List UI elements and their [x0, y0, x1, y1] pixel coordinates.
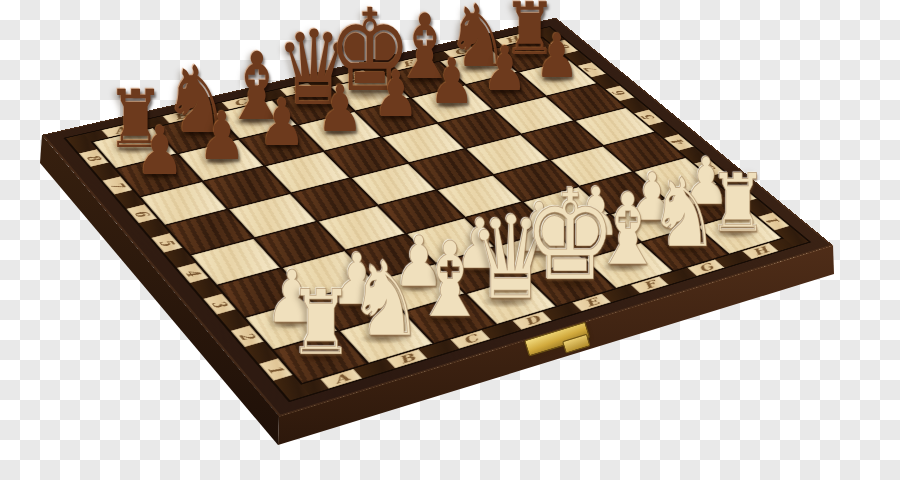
coordinate-text: 2 [235, 330, 260, 341]
coordinate-text: G [695, 261, 718, 274]
coordinate-text: C [459, 332, 482, 346]
coordinate-text: 8 [82, 153, 105, 162]
coordinate-text: 1 [263, 364, 288, 376]
coordinate-text: 7 [582, 66, 602, 74]
coordinate-text: 7 [106, 181, 129, 191]
coordinate-text: E [581, 296, 603, 309]
coordinate-text: 3 [207, 299, 232, 310]
coordinate-text: F [639, 279, 660, 291]
coordinate-text: A [330, 371, 353, 385]
coordinate-text: 5 [155, 238, 179, 248]
coordinate-text: 6 [130, 209, 154, 219]
chess-set-photo: ABCDEFGHABCDEFGH8765432187654321 ♜♞♝♛♚♝♞… [0, 0, 900, 480]
coordinate-text: 8 [554, 43, 574, 50]
coordinate-text: 4 [181, 268, 205, 279]
